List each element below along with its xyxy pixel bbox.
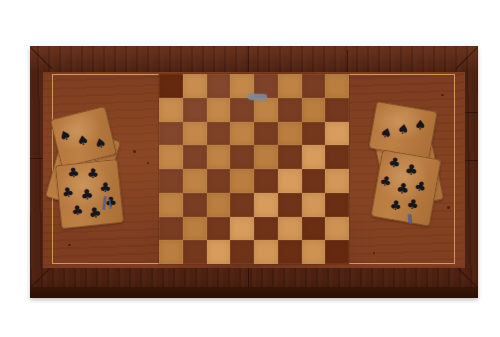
wear-speck — [373, 252, 375, 254]
board-square — [207, 240, 231, 264]
frame-seam — [30, 158, 43, 159]
frame-seam — [347, 50, 348, 72]
club-icon: ♣ — [86, 166, 98, 179]
board-square — [302, 169, 326, 193]
board-square — [254, 98, 278, 122]
board-square — [183, 169, 207, 193]
wear-speck — [147, 162, 149, 164]
board-square — [254, 145, 278, 169]
club-icon: ♣ — [99, 181, 111, 194]
board-square — [254, 217, 278, 241]
club-icon: ♣ — [80, 187, 94, 202]
board-square — [325, 122, 349, 146]
wear-speck — [441, 94, 444, 96]
checkerboard — [159, 74, 349, 264]
club-icon: ♣ — [395, 181, 410, 197]
board-square — [159, 98, 183, 122]
board-square — [159, 122, 183, 146]
spade-icon: ♠ — [414, 119, 426, 132]
playing-card-inlay-eight-of-clubs: ♣♣♣♣♣♣♣♣ — [55, 159, 124, 229]
board-square — [230, 145, 254, 169]
board-square — [159, 145, 183, 169]
board-square — [183, 145, 207, 169]
board-square — [230, 240, 254, 264]
board-square — [159, 240, 183, 264]
spade-icon: ♠ — [57, 127, 73, 144]
club-icon: ♣ — [406, 197, 420, 212]
club-icon: ♣ — [389, 198, 402, 212]
mitre-joint-top-left — [30, 47, 52, 69]
photo-stage: ♠♠♠ ♣♣♣♣♣♣♣♣ ♠♠♠ ♣♣♣♣♣♣♣ — [0, 0, 500, 337]
paint-chip — [248, 94, 267, 101]
club-icon: ♣ — [61, 185, 75, 200]
mitre-joint-bottom-left — [30, 266, 52, 288]
board-square — [230, 122, 254, 146]
board-square — [159, 169, 183, 193]
board-square — [325, 169, 349, 193]
board-square — [207, 217, 231, 241]
board-square — [302, 98, 326, 122]
board-square — [278, 217, 302, 241]
board-square — [302, 217, 326, 241]
table-edge-face — [30, 287, 478, 298]
board-square — [325, 240, 349, 264]
board-square — [302, 145, 326, 169]
board-square — [230, 169, 254, 193]
board-square — [183, 74, 207, 98]
mitre-joint-top-right — [456, 47, 478, 69]
club-icon: ♣ — [405, 162, 419, 177]
club-icon: ♣ — [87, 204, 103, 221]
board-square — [159, 193, 183, 217]
board-square — [230, 98, 254, 122]
frame-seam — [248, 268, 249, 287]
spade-icon: ♠ — [76, 133, 90, 148]
board-square — [207, 145, 231, 169]
club-icon: ♣ — [388, 155, 402, 170]
board-square — [278, 193, 302, 217]
playing-card-inlay-seven-of-clubs: ♣♣♣♣♣♣♣ — [371, 149, 442, 226]
wear-speck — [447, 206, 450, 209]
board-square — [230, 217, 254, 241]
board-square — [183, 98, 207, 122]
board-square — [254, 169, 278, 193]
mitre-joint-bottom-right — [456, 266, 478, 288]
spade-icon: ♠ — [93, 135, 107, 150]
board-square — [159, 74, 183, 98]
board-square — [325, 193, 349, 217]
club-icon: ♣ — [71, 204, 84, 218]
wear-speck — [68, 244, 71, 246]
board-square — [207, 193, 231, 217]
board-square — [278, 98, 302, 122]
frame-seam — [465, 112, 478, 113]
board-square — [325, 217, 349, 241]
table-surface: ♠♠♠ ♣♣♣♣♣♣♣♣ ♠♠♠ ♣♣♣♣♣♣♣ — [43, 72, 465, 268]
board-square — [183, 240, 207, 264]
board-square — [159, 217, 183, 241]
board-square — [207, 169, 231, 193]
board-square — [207, 74, 231, 98]
board-square — [325, 98, 349, 122]
board-square — [254, 122, 278, 146]
board-square — [325, 74, 349, 98]
board-square — [254, 240, 278, 264]
spade-icon: ♠ — [379, 125, 394, 141]
board-square — [278, 74, 302, 98]
spade-icon: ♠ — [396, 122, 410, 137]
board-square — [278, 240, 302, 264]
board-square — [183, 193, 207, 217]
wear-speck — [133, 150, 136, 153]
board-square — [183, 122, 207, 146]
board-square — [230, 193, 254, 217]
board-square — [302, 240, 326, 264]
board-square — [183, 217, 207, 241]
frame-seam — [465, 160, 478, 161]
board-square — [325, 145, 349, 169]
board-square — [278, 145, 302, 169]
board-square — [278, 122, 302, 146]
board-square — [278, 169, 302, 193]
board-square — [302, 122, 326, 146]
board-square — [207, 122, 231, 146]
club-icon: ♣ — [413, 178, 428, 194]
board-square — [302, 193, 326, 217]
club-icon: ♣ — [67, 165, 80, 179]
frame-seam — [248, 46, 249, 72]
club-icon: ♣ — [379, 174, 393, 189]
board-square — [207, 98, 231, 122]
board-square — [302, 74, 326, 98]
games-table-top: ♠♠♠ ♣♣♣♣♣♣♣♣ ♠♠♠ ♣♣♣♣♣♣♣ — [30, 46, 478, 298]
board-square — [254, 193, 278, 217]
